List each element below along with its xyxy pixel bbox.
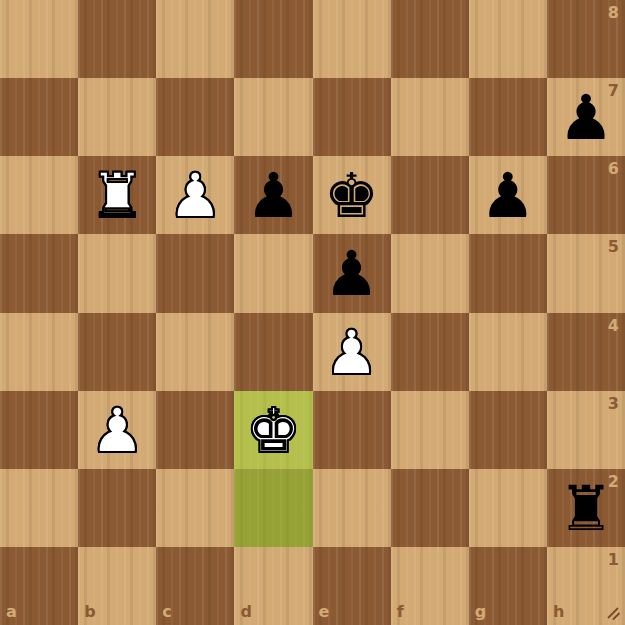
square-d6[interactable]: ♟ (234, 156, 312, 234)
square-h3[interactable]: 3 (547, 391, 625, 469)
square-c6[interactable]: ♟ (156, 156, 234, 234)
square-g2[interactable] (469, 469, 547, 547)
file-label-g: g (475, 602, 486, 621)
chess-board: 87♟♜♟♟♚♟6♟5♟4♟♚32♜abcdefgh1 (0, 0, 625, 625)
square-h7[interactable]: 7♟ (547, 78, 625, 156)
square-d7[interactable] (234, 78, 312, 156)
square-c8[interactable] (156, 0, 234, 78)
file-label-d: d (240, 602, 251, 621)
square-f5[interactable] (391, 234, 469, 312)
square-e4[interactable]: ♟ (313, 313, 391, 391)
rank-label-1: 1 (608, 550, 619, 569)
file-label-e: e (319, 602, 330, 621)
rank-label-8: 8 (608, 3, 619, 22)
square-d4[interactable] (234, 313, 312, 391)
square-a3[interactable] (0, 391, 78, 469)
square-a4[interactable] (0, 313, 78, 391)
square-b3[interactable]: ♟ (78, 391, 156, 469)
square-h4[interactable]: 4 (547, 313, 625, 391)
rank-label-3: 3 (608, 394, 619, 413)
square-c5[interactable] (156, 234, 234, 312)
square-f4[interactable] (391, 313, 469, 391)
square-e1[interactable]: e (313, 547, 391, 625)
square-d2[interactable] (234, 469, 312, 547)
file-label-h: h (553, 602, 564, 621)
square-d1[interactable]: d (234, 547, 312, 625)
square-b7[interactable] (78, 78, 156, 156)
square-a5[interactable] (0, 234, 78, 312)
piece-black-king[interactable]: ♚ (324, 165, 380, 227)
square-d8[interactable] (234, 0, 312, 78)
square-c7[interactable] (156, 78, 234, 156)
square-f6[interactable] (391, 156, 469, 234)
square-e7[interactable] (313, 78, 391, 156)
square-h8[interactable]: 8 (547, 0, 625, 78)
piece-white-pawn[interactable]: ♟ (89, 400, 145, 462)
square-a7[interactable] (0, 78, 78, 156)
square-b4[interactable] (78, 313, 156, 391)
square-b5[interactable] (78, 234, 156, 312)
square-g6[interactable]: ♟ (469, 156, 547, 234)
piece-white-king[interactable]: ♚ (246, 400, 302, 462)
square-c4[interactable] (156, 313, 234, 391)
square-d5[interactable] (234, 234, 312, 312)
file-label-a: a (6, 602, 17, 621)
file-label-c: c (162, 602, 171, 621)
square-g1[interactable]: g (469, 547, 547, 625)
square-b2[interactable] (78, 469, 156, 547)
square-e8[interactable] (313, 0, 391, 78)
square-d3[interactable]: ♚ (234, 391, 312, 469)
square-a6[interactable] (0, 156, 78, 234)
square-e6[interactable]: ♚ (313, 156, 391, 234)
square-h2[interactable]: 2♜ (547, 469, 625, 547)
square-h5[interactable]: 5 (547, 234, 625, 312)
file-label-b: b (84, 602, 95, 621)
square-g3[interactable] (469, 391, 547, 469)
square-a2[interactable] (0, 469, 78, 547)
file-label-f: f (397, 602, 404, 621)
square-e2[interactable] (313, 469, 391, 547)
square-a8[interactable] (0, 0, 78, 78)
square-g7[interactable] (469, 78, 547, 156)
square-h6[interactable]: 6 (547, 156, 625, 234)
square-c1[interactable]: c (156, 547, 234, 625)
square-g4[interactable] (469, 313, 547, 391)
square-a1[interactable]: a (0, 547, 78, 625)
rank-label-5: 5 (608, 237, 619, 256)
piece-white-pawn[interactable]: ♟ (168, 165, 224, 227)
square-e3[interactable] (313, 391, 391, 469)
chess-board-container: 87♟♜♟♟♚♟6♟5♟4♟♚32♜abcdefgh1 (0, 0, 625, 625)
square-c2[interactable] (156, 469, 234, 547)
square-e5[interactable]: ♟ (313, 234, 391, 312)
square-b8[interactable] (78, 0, 156, 78)
square-f1[interactable]: f (391, 547, 469, 625)
square-f2[interactable] (391, 469, 469, 547)
rank-label-6: 6 (608, 159, 619, 178)
square-f3[interactable] (391, 391, 469, 469)
piece-black-pawn[interactable]: ♟ (558, 87, 614, 149)
piece-black-pawn[interactable]: ♟ (324, 243, 380, 305)
square-b1[interactable]: b (78, 547, 156, 625)
piece-black-pawn[interactable]: ♟ (246, 165, 302, 227)
resize-handle-icon[interactable] (605, 605, 622, 622)
square-c3[interactable] (156, 391, 234, 469)
piece-white-rook[interactable]: ♜ (89, 165, 145, 227)
square-g8[interactable] (469, 0, 547, 78)
square-b6[interactable]: ♜ (78, 156, 156, 234)
piece-black-pawn[interactable]: ♟ (480, 165, 536, 227)
square-f7[interactable] (391, 78, 469, 156)
piece-white-pawn[interactable]: ♟ (324, 322, 380, 384)
rank-label-4: 4 (608, 316, 619, 335)
piece-black-rook[interactable]: ♜ (558, 478, 614, 540)
square-f8[interactable] (391, 0, 469, 78)
square-g5[interactable] (469, 234, 547, 312)
